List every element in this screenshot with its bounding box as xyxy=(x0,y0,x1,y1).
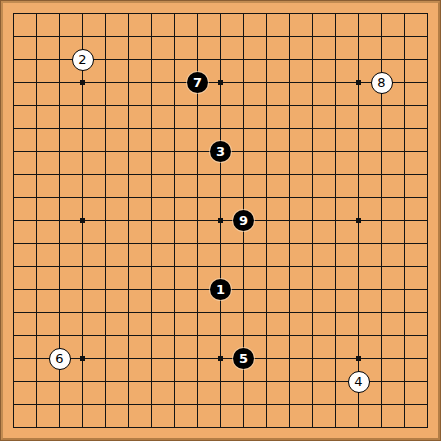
star-point xyxy=(80,356,85,361)
black-stone-3: 3 xyxy=(210,141,231,162)
star-point xyxy=(80,218,85,223)
white-stone-8: 8 xyxy=(371,72,393,94)
black-stone-9: 9 xyxy=(233,210,254,231)
star-point xyxy=(80,80,85,85)
black-stone-1: 1 xyxy=(210,279,231,300)
star-point xyxy=(356,218,361,223)
star-point xyxy=(218,356,223,361)
star-point xyxy=(218,80,223,85)
board-grid: 123456789 xyxy=(2,2,439,439)
go-diagram: 123456789 xyxy=(0,0,441,441)
black-stone-5: 5 xyxy=(233,348,254,369)
white-stone-4: 4 xyxy=(348,371,370,393)
star-point xyxy=(356,356,361,361)
star-point xyxy=(356,80,361,85)
white-stone-2: 2 xyxy=(72,49,94,71)
go-board: 123456789 xyxy=(1,1,440,440)
black-stone-7: 7 xyxy=(187,72,208,93)
white-stone-6: 6 xyxy=(49,348,71,370)
star-point xyxy=(218,218,223,223)
